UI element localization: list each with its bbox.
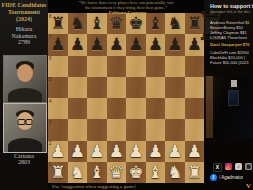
square-h2[interactable]: ♟: [185, 141, 205, 162]
white-pawn[interactable]: ♟: [146, 141, 166, 162]
quote-author: - Fabiano Caruana: [48, 11, 204, 16]
black-knight[interactable]: ♞: [68, 13, 88, 34]
square-b7[interactable]: ♟: [68, 34, 88, 55]
square-f5[interactable]: [146, 77, 166, 98]
square-f6[interactable]: [146, 56, 166, 77]
white-pawn[interactable]: ♟: [185, 141, 205, 162]
black-bishop[interactable]: ♝: [146, 13, 166, 34]
torso-graphic: [8, 88, 42, 103]
square-a3[interactable]: 3: [48, 119, 68, 140]
square-b2[interactable]: ♟: [68, 141, 88, 162]
black-pawn[interactable]: ♟: [48, 34, 68, 55]
white-bishop[interactable]: ♝: [146, 162, 166, 183]
venue-cam-photo: [204, 76, 253, 138]
white-pawn[interactable]: ♟: [48, 141, 68, 162]
rank-label: 4: [49, 99, 52, 104]
x-twitter-icon[interactable]: X: [213, 163, 222, 172]
instagram-icon[interactable]: ○: [225, 163, 232, 170]
square-d7[interactable]: ♟: [107, 34, 127, 55]
square-a1[interactable]: 1♜: [48, 162, 68, 183]
square-d3[interactable]: [107, 119, 127, 140]
square-e8[interactable]: ♚: [126, 13, 146, 34]
black-king[interactable]: ♚: [126, 13, 146, 34]
white-rook[interactable]: ♜: [48, 162, 68, 183]
square-f4[interactable]: [146, 98, 166, 119]
black-player-photo: [3, 55, 47, 103]
square-b1[interactable]: ♞: [68, 162, 88, 183]
square-b3[interactable]: [68, 119, 88, 140]
rank-label: 3: [49, 120, 52, 125]
black-rook[interactable]: ♜: [48, 13, 68, 34]
sponsor-list: CakeDeFi.com $2900 Blockfolio $20,000 ( …: [210, 50, 253, 65]
square-a7[interactable]: 7♟: [48, 34, 68, 55]
square-a4[interactable]: 4: [48, 98, 68, 119]
torso-graphic: [8, 138, 42, 153]
square-c4[interactable]: [87, 98, 107, 119]
white-player-photo: [3, 103, 47, 153]
square-f1[interactable]: ♝: [146, 162, 166, 183]
support-heading: How to support the: [210, 0, 253, 9]
white-knight[interactable]: ♞: [68, 162, 88, 183]
black-pawn[interactable]: ♟: [126, 34, 146, 55]
donor-line: LOUKAS Theocharis: [210, 35, 253, 40]
square-h4[interactable]: [185, 98, 205, 119]
square-c2[interactable]: ♟: [87, 141, 107, 162]
chess-board[interactable]: 8♜♞♝♛♚♝♞♜7♟♟♟♟♟♟♟♟65432♟♟♟♟♟♟♟♟1♜♞♝♛♚♝♞♜: [48, 13, 204, 183]
support-panel: ♜ How to support the (donation link in t…: [204, 0, 253, 190]
square-b6[interactable]: [68, 56, 88, 77]
black-player-rating: 2789: [0, 39, 48, 46]
square-a5[interactable]: 5: [48, 77, 68, 98]
square-h1[interactable]: ♜: [185, 162, 205, 183]
square-h5[interactable]: [185, 77, 205, 98]
square-g1[interactable]: ♞: [165, 162, 185, 183]
square-d5[interactable]: [107, 77, 127, 98]
white-pawn[interactable]: ♟: [87, 141, 107, 162]
white-king[interactable]: ♚: [126, 162, 146, 183]
square-c3[interactable]: [87, 119, 107, 140]
black-pawn[interactable]: ♟: [146, 34, 166, 55]
cam-doorframe-graphic: [206, 76, 213, 138]
white-pawn[interactable]: ♟: [126, 141, 146, 162]
square-a2[interactable]: 2♟: [48, 141, 68, 162]
square-b8[interactable]: ♞: [68, 13, 88, 34]
black-queen[interactable]: ♛: [107, 13, 127, 34]
facebook-handle: / Agadmator: [219, 175, 243, 180]
gold-mark: V: [246, 183, 251, 190]
square-d8[interactable]: ♛: [107, 13, 127, 34]
facebook-row[interactable]: f / Agadmator: [210, 174, 243, 181]
social-icon-3[interactable]: ♪: [235, 163, 242, 170]
white-bishop[interactable]: ♝: [87, 162, 107, 183]
square-a8[interactable]: 8♜: [48, 13, 68, 34]
square-e5[interactable]: [126, 77, 146, 98]
facebook-icon[interactable]: f: [210, 174, 217, 181]
social-icon-4[interactable]: ▩: [245, 163, 252, 170]
black-pawn[interactable]: ♟: [107, 34, 127, 55]
support-subheading: (donation link in the des: [210, 10, 253, 14]
black-knight[interactable]: ♞: [165, 13, 185, 34]
black-pawn[interactable]: ♟: [68, 34, 88, 55]
square-c5[interactable]: [87, 77, 107, 98]
square-c8[interactable]: ♝: [87, 13, 107, 34]
suggestion-bar: Use !suggestion when suggesting a game!: [48, 183, 204, 190]
square-e7[interactable]: ♟: [126, 34, 146, 55]
white-pawn[interactable]: ♟: [107, 141, 127, 162]
top-donor-line: Davit Gasparyan $70: [210, 42, 253, 47]
square-g6[interactable]: [165, 56, 185, 77]
square-b5[interactable]: [68, 77, 88, 98]
tournament-title-line2: Tournament (2024): [0, 9, 48, 23]
white-player-rating: 2803: [0, 159, 48, 166]
player-panel: FIDE Candidates Tournament (2024) Hikaru…: [0, 0, 48, 190]
square-c6[interactable]: [87, 56, 107, 77]
rank-label: 5: [49, 77, 52, 82]
square-f2[interactable]: ♟: [146, 141, 166, 162]
square-e2[interactable]: ♟: [126, 141, 146, 162]
square-g3[interactable]: [165, 119, 185, 140]
cam-screen-graphic: [228, 90, 239, 106]
black-bishop[interactable]: ♝: [87, 13, 107, 34]
tournament-title: FIDE Candidates Tournament (2024): [0, 2, 48, 23]
square-g8[interactable]: ♞: [165, 13, 185, 34]
black-pawn[interactable]: ♟: [87, 34, 107, 55]
square-e6[interactable]: [126, 56, 146, 77]
square-g7[interactable]: ♟: [165, 34, 185, 55]
square-d2[interactable]: ♟: [107, 141, 127, 162]
square-g5[interactable]: [165, 77, 185, 98]
square-h6[interactable]: [185, 56, 205, 77]
donor-list: Andreas Rosenthal $1 BeasterBunny $50 Je…: [210, 20, 253, 47]
square-f7[interactable]: ♟: [146, 34, 166, 55]
face-graphic: [17, 64, 33, 82]
square-d6[interactable]: [107, 56, 127, 77]
square-f8[interactable]: ♝: [146, 13, 166, 34]
white-knight[interactable]: ♞: [165, 162, 185, 183]
black-pawn[interactable]: ♟: [165, 34, 185, 55]
square-h3[interactable]: [185, 119, 205, 140]
white-pawn[interactable]: ♟: [68, 141, 88, 162]
glasses-graphic: [18, 119, 33, 123]
square-g4[interactable]: [165, 98, 185, 119]
white-pawn[interactable]: ♟: [165, 141, 185, 162]
square-e1[interactable]: ♚: [126, 162, 146, 183]
square-d1[interactable]: ♛: [107, 162, 127, 183]
white-queen[interactable]: ♛: [107, 162, 127, 183]
social-icons: X ○ ♪ ▩: [213, 163, 252, 172]
square-f3[interactable]: [146, 119, 166, 140]
cam-card-graphic: [231, 80, 237, 87]
quote-bar: “We know that every player here can pote…: [48, 0, 204, 13]
square-c1[interactable]: ♝: [87, 162, 107, 183]
square-c7[interactable]: ♟: [87, 34, 107, 55]
square-d4[interactable]: [107, 98, 127, 119]
square-b4[interactable]: [68, 98, 88, 119]
black-player-name: Hikaru Nakamura: [0, 26, 48, 39]
rank-label: 6: [49, 56, 52, 61]
square-e3[interactable]: [126, 119, 146, 140]
square-a6[interactable]: 6: [48, 56, 68, 77]
suggestion-text: Use !suggestion when suggesting a game!: [52, 184, 136, 189]
square-g2[interactable]: ♟: [165, 141, 185, 162]
tournament-title-line1: FIDE Candidates: [0, 2, 48, 9]
sponsor-line: Future $50,000 (2023: [210, 60, 253, 65]
white-rook[interactable]: ♜: [185, 162, 205, 183]
square-e4[interactable]: [126, 98, 146, 119]
